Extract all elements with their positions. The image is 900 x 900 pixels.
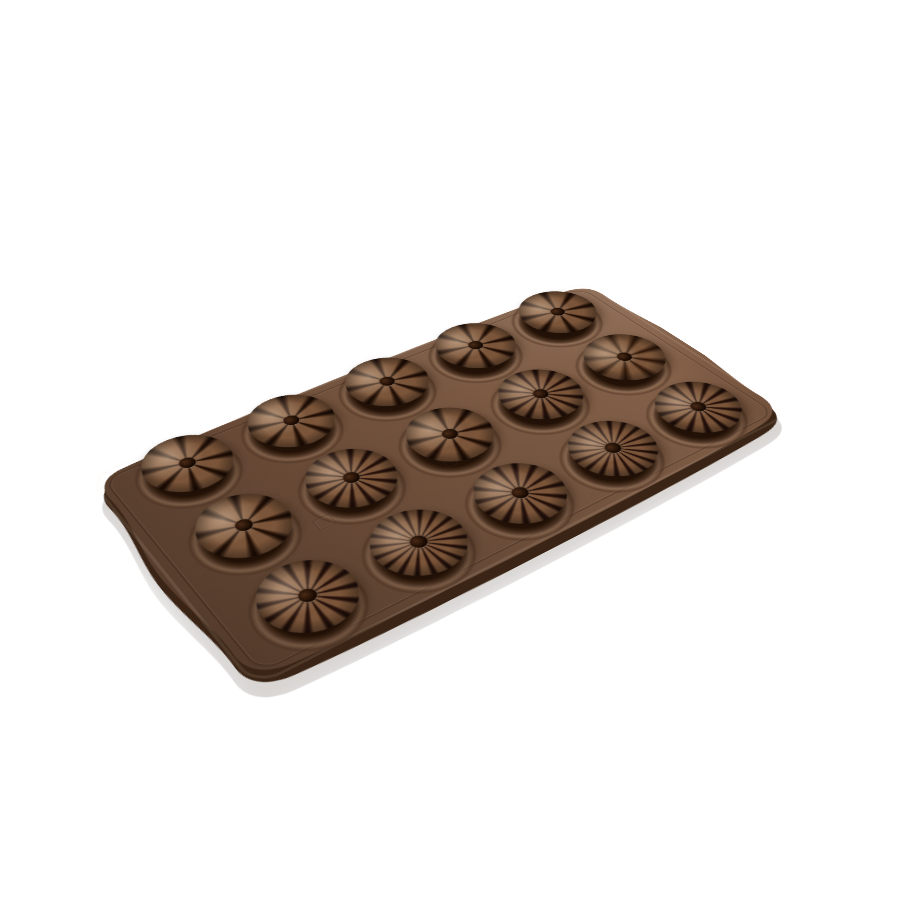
- bundt-centre-hole: [176, 456, 199, 470]
- bundt-centre-hole: [687, 400, 709, 413]
- photo-background: [0, 0, 900, 900]
- bundt-centre-hole: [406, 533, 431, 550]
- bundt-centre-hole: [530, 387, 552, 400]
- bundt-centre-hole: [232, 517, 256, 533]
- bundt-centre-hole: [465, 339, 486, 350]
- bundt-centre-hole: [295, 586, 321, 604]
- bundt-centre-hole: [439, 427, 461, 441]
- bundt-centre-hole: [281, 414, 303, 427]
- bundt-centre-hole: [340, 470, 363, 485]
- bundt-centre-hole: [614, 351, 635, 363]
- bundt-centre-hole: [377, 375, 398, 387]
- bundt-centre-hole: [548, 306, 568, 317]
- bundt-centre-hole: [508, 485, 532, 500]
- bundt-centre-hole: [601, 441, 624, 455]
- chocolate-mould: [80, 278, 798, 695]
